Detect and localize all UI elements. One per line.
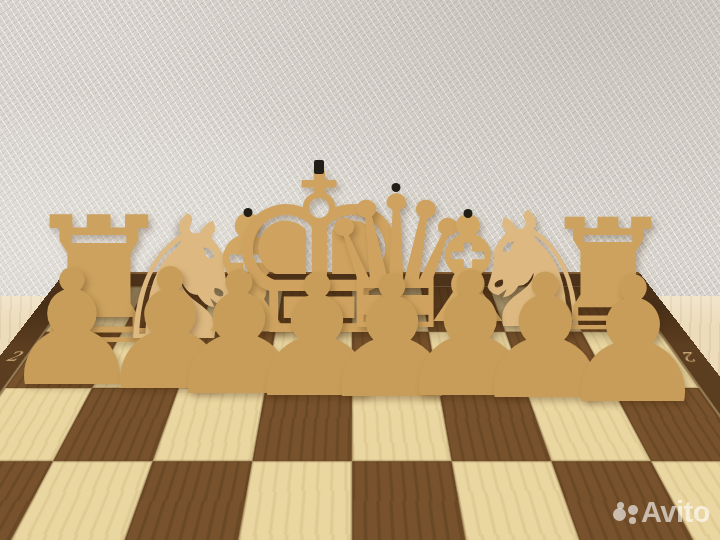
avito-watermark-text: Avito (641, 498, 710, 527)
wallpaper-background (0, 0, 720, 310)
square-e2 (265, 332, 352, 388)
square-e4 (235, 461, 352, 540)
avito-watermark: Avito (612, 498, 710, 527)
avito-logo-circle-big (613, 508, 626, 521)
square-d2 (352, 332, 439, 388)
square-d3 (352, 388, 452, 461)
chess-set-product-photo: 2233 ♜♞♝♚♛♝♞♜♟♟♟♟♟♟♟♟ Avito (0, 0, 720, 540)
square-f1 (199, 287, 284, 332)
avito-logo-icon (612, 500, 639, 527)
avito-logo-circle-medium (628, 505, 638, 515)
square-e3 (252, 388, 352, 461)
square-d4 (352, 461, 469, 540)
chess-board: 2233 (65, 272, 639, 540)
avito-logo-circle-tiny (629, 517, 636, 524)
square-e1 (275, 287, 352, 332)
square-d1 (352, 287, 429, 332)
